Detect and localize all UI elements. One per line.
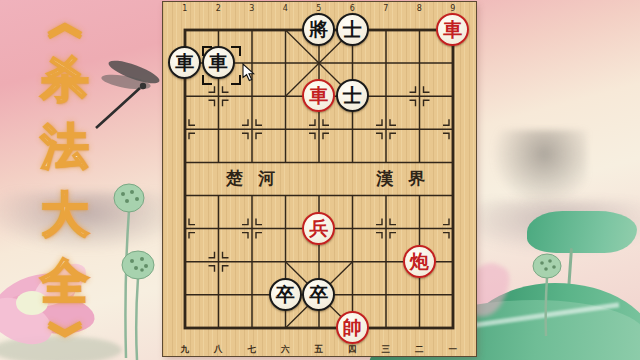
lotus-pod-icon xyxy=(118,250,156,360)
title-open-bracket: 《 xyxy=(47,5,83,39)
piece-layer[interactable]: 將士車車車車士兵炮卒卒帥 xyxy=(168,13,470,344)
lotus-pod-icon xyxy=(110,182,146,360)
piece-red-general[interactable]: 帥 xyxy=(336,311,369,344)
piece-black-general[interactable]: 將 xyxy=(302,13,335,46)
file-label-bottom: 三 xyxy=(369,344,403,355)
file-label-bottom: 五 xyxy=(302,344,336,355)
title-char: 杀 xyxy=(41,50,89,108)
file-label-bottom: 六 xyxy=(269,344,303,355)
title-close-bracket: 》 xyxy=(47,321,83,355)
piece-black-advisor[interactable]: 士 xyxy=(336,13,369,46)
piece-red-soldier[interactable]: 兵 xyxy=(302,212,335,245)
ink-bird-shape xyxy=(492,130,587,210)
series-title: 《 杀 法 大 全 》 xyxy=(26,4,104,356)
xiangqi-board[interactable]: 123456789 楚河 漢界 xyxy=(163,2,476,356)
piece-black-chariot[interactable]: 車 xyxy=(202,46,235,79)
title-char: 全 xyxy=(41,252,89,310)
lotus-stem-right xyxy=(564,248,573,334)
title-char: 法 xyxy=(41,117,89,175)
file-labels-bottom: 九八七六五四三二一 xyxy=(168,344,470,355)
mouse-cursor-icon xyxy=(242,63,255,82)
piece-red-chariot[interactable]: 車 xyxy=(302,79,335,112)
mountains-right xyxy=(452,200,640,255)
selection-corner xyxy=(231,75,241,85)
file-label-bottom: 七 xyxy=(235,344,269,355)
lotus-leaf-bottom-right xyxy=(455,283,640,360)
file-label-bottom: 四 xyxy=(336,344,370,355)
piece-red-cannon[interactable]: 炮 xyxy=(403,245,436,278)
piece-red-chariot[interactable]: 車 xyxy=(436,13,469,46)
file-label-bottom: 八 xyxy=(202,344,236,355)
file-label-bottom: 二 xyxy=(403,344,437,355)
file-label-bottom: 九 xyxy=(168,344,202,355)
piece-black-chariot[interactable]: 車 xyxy=(168,46,201,79)
piece-black-soldier[interactable]: 卒 xyxy=(269,278,302,311)
lotus-pod-icon xyxy=(530,252,564,338)
file-label-bottom: 一 xyxy=(436,344,470,355)
piece-black-soldier[interactable]: 卒 xyxy=(302,278,335,311)
piece-black-advisor[interactable]: 士 xyxy=(336,79,369,112)
lotus-leaf-right xyxy=(527,211,637,253)
video-frame: 《 杀 法 大 全 》 123456789 xyxy=(0,0,640,360)
title-char: 大 xyxy=(41,185,89,243)
